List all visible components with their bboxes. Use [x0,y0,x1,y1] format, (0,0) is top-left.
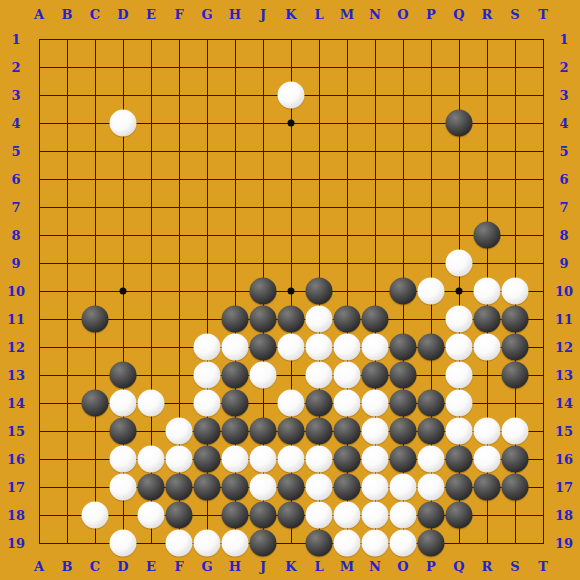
column-label-top: F [174,8,183,21]
stone-black-S17[interactable] [502,474,529,501]
stone-black-O16[interactable] [390,446,417,473]
row-label-right: 7 [559,201,568,214]
stone-white-L17[interactable] [306,474,333,501]
stone-white-F16[interactable] [166,446,193,473]
stone-white-E16[interactable] [138,446,165,473]
stone-black-M11[interactable] [334,306,361,333]
grid-line-vertical [543,39,544,544]
row-label-left: 5 [11,145,20,158]
stone-black-J10[interactable] [250,278,277,305]
stone-white-R10[interactable] [474,278,501,305]
stone-white-O17[interactable] [390,474,417,501]
stone-black-J15[interactable] [250,418,277,445]
column-label-bottom: C [90,560,100,573]
stone-black-Q17[interactable] [446,474,473,501]
stone-black-C14[interactable] [82,390,109,417]
stone-black-K17[interactable] [278,474,305,501]
hoshi-point-Q10 [456,288,463,295]
column-label-top: O [397,8,408,21]
stone-white-F15[interactable] [166,418,193,445]
row-label-right: 19 [555,537,573,550]
stone-black-N11[interactable] [362,306,389,333]
column-label-top: N [369,8,381,21]
go-board[interactable]: AA11BB22CC33DD44EE55FF66GG77HH88JJ99KK10… [0,0,580,580]
stone-white-H12[interactable] [222,334,249,361]
row-label-left: 2 [11,61,20,74]
column-label-bottom: O [397,560,408,573]
row-label-right: 15 [555,425,573,438]
stone-white-Q11[interactable] [446,306,473,333]
column-label-bottom: T [538,560,548,573]
row-label-right: 11 [555,313,573,326]
row-label-left: 9 [11,257,20,270]
stone-white-H19[interactable] [222,530,249,557]
row-label-right: 6 [559,173,568,186]
stone-black-O15[interactable] [390,418,417,445]
stone-white-N12[interactable] [362,334,389,361]
column-label-top: L [314,8,323,21]
column-label-top: C [90,8,100,21]
stone-black-L10[interactable] [306,278,333,305]
column-label-bottom: A [34,560,44,573]
stone-white-P10[interactable] [418,278,445,305]
stone-white-J13[interactable] [250,362,277,389]
stone-black-D15[interactable] [110,418,137,445]
row-label-left: 13 [7,369,25,382]
stone-black-F17[interactable] [166,474,193,501]
stone-white-C18[interactable] [82,502,109,529]
column-label-bottom: F [174,560,183,573]
stone-white-N18[interactable] [362,502,389,529]
row-label-right: 3 [559,89,568,102]
stone-white-M12[interactable] [334,334,361,361]
row-label-right: 13 [555,369,573,382]
stone-black-M15[interactable] [334,418,361,445]
column-label-top: D [117,8,128,21]
column-label-top: A [34,8,44,21]
stone-black-K15[interactable] [278,418,305,445]
row-label-right: 8 [559,229,568,242]
stone-black-K11[interactable] [278,306,305,333]
stone-black-F18[interactable] [166,502,193,529]
stone-black-O14[interactable] [390,390,417,417]
stone-black-G16[interactable] [194,446,221,473]
stone-white-R12[interactable] [474,334,501,361]
row-label-left: 4 [11,117,20,130]
stone-black-R17[interactable] [474,474,501,501]
stone-white-K12[interactable] [278,334,305,361]
stone-white-N19[interactable] [362,530,389,557]
row-label-left: 18 [7,509,25,522]
stone-white-G14[interactable] [194,390,221,417]
column-label-bottom: K [285,560,296,573]
stone-white-D19[interactable] [110,530,137,557]
stone-black-S12[interactable] [502,334,529,361]
row-label-right: 17 [555,481,573,494]
column-label-bottom: M [340,560,354,573]
stone-black-P14[interactable] [418,390,445,417]
stone-black-H17[interactable] [222,474,249,501]
stone-black-P15[interactable] [418,418,445,445]
stone-white-E18[interactable] [138,502,165,529]
hoshi-point-K4 [288,120,295,127]
row-label-left: 7 [11,201,20,214]
stone-white-G19[interactable] [194,530,221,557]
column-label-bottom: S [510,560,519,573]
stone-black-J19[interactable] [250,530,277,557]
stone-white-Q12[interactable] [446,334,473,361]
stone-black-O10[interactable] [390,278,417,305]
stone-black-N13[interactable] [362,362,389,389]
column-label-bottom: R [482,560,493,573]
stone-white-S10[interactable] [502,278,529,305]
column-label-bottom: H [229,560,241,573]
column-label-bottom: L [314,560,323,573]
row-label-right: 5 [559,145,568,158]
stone-white-F19[interactable] [166,530,193,557]
stone-white-D14[interactable] [110,390,137,417]
stone-white-L12[interactable] [306,334,333,361]
stone-white-O19[interactable] [390,530,417,557]
stone-white-N16[interactable] [362,446,389,473]
stone-white-D16[interactable] [110,446,137,473]
row-label-left: 19 [7,537,25,550]
stone-white-K14[interactable] [278,390,305,417]
column-label-top: T [538,8,548,21]
row-label-left: 3 [11,89,20,102]
column-label-bottom: P [426,560,436,573]
hoshi-point-D10 [120,288,127,295]
row-label-left: 17 [7,481,25,494]
stone-black-R8[interactable] [474,222,501,249]
stone-black-C11[interactable] [82,306,109,333]
stone-white-G13[interactable] [194,362,221,389]
column-label-top: G [201,8,212,21]
stone-white-L13[interactable] [306,362,333,389]
column-label-top: E [146,8,156,21]
stone-white-N14[interactable] [362,390,389,417]
row-label-right: 12 [555,341,573,354]
row-label-left: 14 [7,397,25,410]
stone-black-E17[interactable] [138,474,165,501]
row-label-left: 16 [7,453,25,466]
stone-black-J12[interactable] [250,334,277,361]
stone-black-S13[interactable] [502,362,529,389]
stone-white-M19[interactable] [334,530,361,557]
row-label-right: 16 [555,453,573,466]
stone-black-P18[interactable] [418,502,445,529]
stone-black-M17[interactable] [334,474,361,501]
stone-white-Q14[interactable] [446,390,473,417]
column-label-bottom: G [201,560,212,573]
stone-white-Q15[interactable] [446,418,473,445]
row-label-left: 12 [7,341,25,354]
stone-black-J18[interactable] [250,502,277,529]
stone-white-K3[interactable] [278,82,305,109]
stone-white-M14[interactable] [334,390,361,417]
column-label-top: M [340,8,354,21]
row-label-left: 15 [7,425,25,438]
row-label-right: 14 [555,397,573,410]
stone-white-P17[interactable] [418,474,445,501]
row-label-left: 10 [7,285,25,298]
row-label-right: 10 [555,285,573,298]
row-label-right: 4 [559,117,568,130]
column-label-top: B [62,8,73,21]
stone-black-H14[interactable] [222,390,249,417]
stone-black-H15[interactable] [222,418,249,445]
stone-black-L15[interactable] [306,418,333,445]
row-label-left: 11 [7,313,25,326]
stone-black-M16[interactable] [334,446,361,473]
stone-black-K18[interactable] [278,502,305,529]
stone-white-J17[interactable] [250,474,277,501]
column-label-top: S [510,8,519,21]
stone-white-L16[interactable] [306,446,333,473]
stone-white-R15[interactable] [474,418,501,445]
column-label-bottom: J [260,560,266,573]
column-label-bottom: D [117,560,128,573]
stone-white-H16[interactable] [222,446,249,473]
row-label-right: 1 [559,33,568,46]
stone-black-D13[interactable] [110,362,137,389]
row-label-right: 9 [559,257,568,270]
stone-white-R16[interactable] [474,446,501,473]
stone-white-G12[interactable] [194,334,221,361]
stone-black-P12[interactable] [418,334,445,361]
column-label-top: R [482,8,493,21]
stone-black-S16[interactable] [502,446,529,473]
row-label-right: 18 [555,509,573,522]
stone-black-L14[interactable] [306,390,333,417]
stone-white-P16[interactable] [418,446,445,473]
stone-white-K16[interactable] [278,446,305,473]
stone-white-M18[interactable] [334,502,361,529]
row-label-left: 1 [11,33,20,46]
stone-black-O13[interactable] [390,362,417,389]
row-label-left: 6 [11,173,20,186]
column-label-top: Q [453,8,464,21]
stone-black-Q16[interactable] [446,446,473,473]
column-label-top: H [229,8,241,21]
stone-black-G15[interactable] [194,418,221,445]
stone-white-Q13[interactable] [446,362,473,389]
column-label-bottom: N [369,560,381,573]
hoshi-point-K10 [288,288,295,295]
stone-black-H13[interactable] [222,362,249,389]
stone-black-O12[interactable] [390,334,417,361]
stone-white-L18[interactable] [306,502,333,529]
stone-white-O18[interactable] [390,502,417,529]
row-label-left: 8 [11,229,20,242]
stone-black-H11[interactable] [222,306,249,333]
stone-white-Q9[interactable] [446,250,473,277]
stone-white-S15[interactable] [502,418,529,445]
stone-black-S11[interactable] [502,306,529,333]
column-label-bottom: Q [453,560,464,573]
stone-white-E14[interactable] [138,390,165,417]
row-label-right: 2 [559,61,568,74]
stone-black-P19[interactable] [418,530,445,557]
stone-white-J16[interactable] [250,446,277,473]
column-label-bottom: B [62,560,73,573]
stone-black-J11[interactable] [250,306,277,333]
column-label-top: P [426,8,436,21]
stone-white-M13[interactable] [334,362,361,389]
stone-black-G17[interactable] [194,474,221,501]
stone-black-L19[interactable] [306,530,333,557]
stone-black-H18[interactable] [222,502,249,529]
column-label-top: K [285,8,296,21]
column-label-top: J [260,8,266,21]
stone-white-L11[interactable] [306,306,333,333]
stone-black-Q18[interactable] [446,502,473,529]
column-label-bottom: E [146,560,156,573]
stone-white-N15[interactable] [362,418,389,445]
stone-white-D4[interactable] [110,110,137,137]
stone-black-R11[interactable] [474,306,501,333]
stone-white-D17[interactable] [110,474,137,501]
stone-black-Q4[interactable] [446,110,473,137]
stone-white-N17[interactable] [362,474,389,501]
